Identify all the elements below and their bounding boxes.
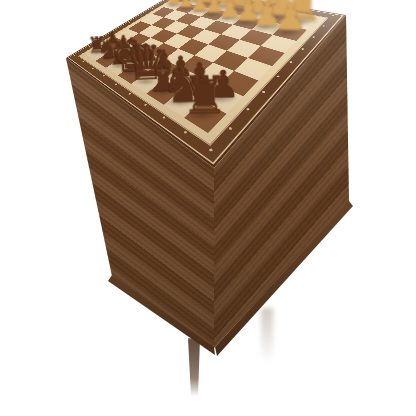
chess-table-photo: ♜♞♝♛♚♝♞♜♟♟♟♟♟♟♟♟♟♟♟♟♟♟♟♟♜♞♝♛♚♝♞♜ [0, 0, 416, 416]
table-front-leg [185, 338, 203, 396]
table-rear-leg [261, 308, 273, 362]
